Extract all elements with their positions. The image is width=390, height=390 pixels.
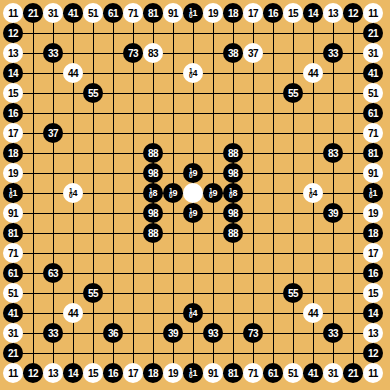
go-stone-white-11[interactable]: 11	[363, 363, 383, 383]
go-stone-black-41[interactable]: 41	[63, 3, 83, 23]
go-stone-white-71[interactable]: 71	[363, 123, 383, 143]
go-stone-white-31[interactable]: 31	[363, 43, 383, 63]
go-stone-black-108[interactable]: 108	[223, 183, 243, 203]
go-stone-white-51[interactable]: 51	[283, 363, 303, 383]
go-stone-black-39[interactable]: 39	[323, 203, 343, 223]
go-stone-black-21[interactable]: 21	[363, 23, 383, 43]
go-stone-black-41[interactable]: 41	[303, 363, 323, 383]
go-stone-white-15[interactable]: 15	[83, 363, 103, 383]
go-stone-black-81[interactable]: 81	[3, 223, 23, 243]
go-stone-black-63[interactable]: 63	[43, 263, 63, 283]
go-stone-black-18[interactable]: 18	[223, 3, 243, 23]
go-stone-white-51[interactable]: 51	[363, 83, 383, 103]
go-stone-black-104[interactable]: 104	[183, 303, 203, 323]
go-stone-black-81[interactable]: 81	[143, 3, 163, 23]
go-stone-black-101[interactable]: 101	[3, 183, 23, 203]
go-stone-white-19[interactable]: 19	[363, 203, 383, 223]
go-stone-white-71[interactable]: 71	[123, 3, 143, 23]
go-stone-black-73[interactable]: 73	[123, 43, 143, 63]
go-stone-black-61[interactable]: 61	[3, 263, 23, 283]
go-stone-black-109[interactable]: 109	[183, 163, 203, 183]
go-stone-white-83[interactable]: 83	[143, 43, 163, 63]
go-stone-black-55[interactable]: 55	[283, 83, 303, 103]
go-stone-black-61[interactable]: 61	[263, 363, 283, 383]
go-stone-black-88[interactable]: 88	[143, 223, 163, 243]
go-stone-black-36[interactable]: 36	[103, 323, 123, 343]
go-stone-black-81[interactable]: 81	[363, 143, 383, 163]
go-stone-black-101[interactable]: 101	[183, 363, 203, 383]
go-stone-black-88[interactable]: 88	[223, 143, 243, 163]
go-stone-black-88[interactable]: 88	[223, 223, 243, 243]
go-stone-black-41[interactable]: 41	[3, 303, 23, 323]
go-stone-black-55[interactable]: 55	[283, 283, 303, 303]
go-stone-black-98[interactable]: 98	[223, 163, 243, 183]
go-stone-black-98[interactable]: 98	[223, 203, 243, 223]
go-stone-white-15[interactable]: 15	[3, 83, 23, 103]
go-stone-black-33[interactable]: 33	[323, 323, 343, 343]
go-board-grid: 1121314151617181911011918171615141312111…	[3, 3, 383, 383]
go-stone-white-91[interactable]: 91	[363, 163, 383, 183]
go-stone-black-98[interactable]: 98	[143, 203, 163, 223]
go-stone-white-13[interactable]: 13	[43, 363, 63, 383]
go-stone-white-51[interactable]: 51	[3, 283, 23, 303]
go-stone-white-44[interactable]: 44	[303, 303, 323, 323]
go-stone-black-14[interactable]: 14	[363, 303, 383, 323]
go-stone-white-17[interactable]: 17	[363, 243, 383, 263]
go-stone-white-71[interactable]: 71	[3, 243, 23, 263]
go-stone-white-13[interactable]: 13	[323, 3, 343, 23]
go-stone-black-61[interactable]: 61	[363, 103, 383, 123]
go-stone-white-11[interactable]: 11	[3, 3, 23, 23]
go-stone-black-101[interactable]: 101	[363, 183, 383, 203]
go-stone-black-38[interactable]: 38	[223, 43, 243, 63]
go-stone-black-109[interactable]: 109	[203, 183, 223, 203]
go-stone-white-104[interactable]: 104	[63, 183, 83, 203]
go-stone-black-109[interactable]: 109	[163, 183, 183, 203]
go-stone-black-81[interactable]: 81	[223, 363, 243, 383]
go-stone-black-83[interactable]: 83	[323, 143, 343, 163]
go-stone-black-16[interactable]: 16	[363, 263, 383, 283]
go-stone-white-15[interactable]: 15	[363, 283, 383, 303]
go-stone-white-plain[interactable]	[183, 183, 203, 203]
go-stone-black-16[interactable]: 16	[263, 3, 283, 23]
go-stone-black-101[interactable]: 101	[183, 3, 203, 23]
go-board[interactable]: 1121314151617181911011918171615141312111…	[0, 0, 390, 390]
go-stone-black-12[interactable]: 12	[3, 23, 23, 43]
go-stone-black-88[interactable]: 88	[143, 143, 163, 163]
go-stone-black-14[interactable]: 14	[3, 63, 23, 83]
go-stone-white-11[interactable]: 11	[3, 363, 23, 383]
go-stone-white-11[interactable]: 11	[363, 3, 383, 23]
go-stone-white-13[interactable]: 13	[3, 43, 23, 63]
go-stone-black-12[interactable]: 12	[363, 343, 383, 363]
go-stone-white-19[interactable]: 19	[3, 163, 23, 183]
go-stone-white-19[interactable]: 19	[163, 363, 183, 383]
go-stone-white-31[interactable]: 31	[323, 363, 343, 383]
go-stone-white-17[interactable]: 17	[3, 123, 23, 143]
go-stone-white-71[interactable]: 71	[243, 363, 263, 383]
go-stone-black-61[interactable]: 61	[103, 3, 123, 23]
go-stone-white-13[interactable]: 13	[363, 323, 383, 343]
go-stone-white-44[interactable]: 44	[63, 63, 83, 83]
go-stone-black-33[interactable]: 33	[323, 43, 343, 63]
go-stone-black-14[interactable]: 14	[303, 3, 323, 23]
go-stone-black-18[interactable]: 18	[3, 143, 23, 163]
go-stone-black-41[interactable]: 41	[363, 63, 383, 83]
go-stone-black-98[interactable]: 98	[143, 163, 163, 183]
go-stone-black-18[interactable]: 18	[363, 223, 383, 243]
go-stone-black-14[interactable]: 14	[63, 363, 83, 383]
go-stone-white-44[interactable]: 44	[303, 63, 323, 83]
go-stone-black-109[interactable]: 109	[183, 203, 203, 223]
go-stone-black-12[interactable]: 12	[23, 363, 43, 383]
go-stone-black-16[interactable]: 16	[103, 363, 123, 383]
go-stone-white-17[interactable]: 17	[123, 363, 143, 383]
go-stone-white-19[interactable]: 19	[203, 3, 223, 23]
go-stone-black-21[interactable]: 21	[3, 343, 23, 363]
go-stone-white-31[interactable]: 31	[3, 323, 23, 343]
go-stone-black-73[interactable]: 73	[243, 323, 263, 343]
go-stone-black-33[interactable]: 33	[43, 43, 63, 63]
go-stone-black-55[interactable]: 55	[83, 83, 103, 103]
go-stone-white-17[interactable]: 17	[243, 3, 263, 23]
go-stone-black-108[interactable]: 108	[143, 183, 163, 203]
go-stone-white-15[interactable]: 15	[283, 3, 303, 23]
go-stone-black-18[interactable]: 18	[143, 363, 163, 383]
go-stone-white-51[interactable]: 51	[83, 3, 103, 23]
go-stone-white-104[interactable]: 104	[183, 63, 203, 83]
go-stone-black-16[interactable]: 16	[3, 103, 23, 123]
go-stone-black-39[interactable]: 39	[163, 323, 183, 343]
go-stone-white-104[interactable]: 104	[303, 183, 323, 203]
go-stone-white-91[interactable]: 91	[203, 363, 223, 383]
go-stone-black-33[interactable]: 33	[43, 323, 63, 343]
go-stone-white-91[interactable]: 91	[163, 3, 183, 23]
go-stone-black-55[interactable]: 55	[83, 283, 103, 303]
go-stone-white-91[interactable]: 91	[3, 203, 23, 223]
go-stone-black-21[interactable]: 21	[23, 3, 43, 23]
go-stone-black-21[interactable]: 21	[343, 363, 363, 383]
go-stone-white-31[interactable]: 31	[43, 3, 63, 23]
go-stone-black-12[interactable]: 12	[343, 3, 363, 23]
go-stone-white-37[interactable]: 37	[243, 43, 263, 63]
go-stone-black-37[interactable]: 37	[43, 123, 63, 143]
go-stone-black-93[interactable]: 93	[203, 323, 223, 343]
go-stone-white-44[interactable]: 44	[63, 303, 83, 323]
